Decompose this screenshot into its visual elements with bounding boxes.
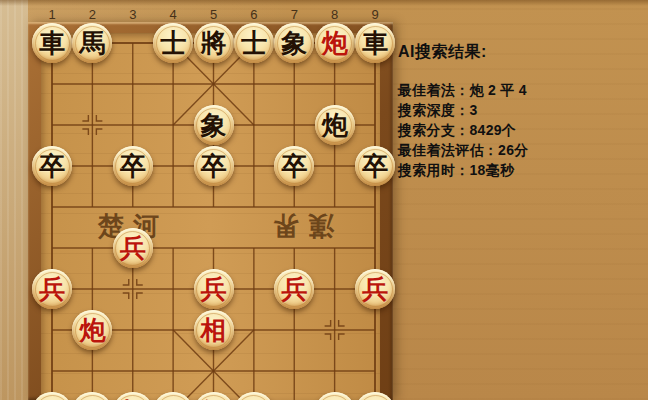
piece-black-chariot[interactable]: 車 bbox=[32, 23, 72, 63]
piece-glyph: 卒 bbox=[201, 153, 227, 179]
piece-black-soldier[interactable]: 卒 bbox=[194, 146, 234, 186]
piece-glyph: 卒 bbox=[281, 153, 307, 179]
ai-results-panel: AI搜索结果: 最佳着法：炮 2 平 4搜索深度：3搜索分支：8429个最佳着法… bbox=[398, 42, 529, 180]
piece-glyph: 兵 bbox=[362, 276, 388, 302]
piece-glyph: 兵 bbox=[281, 276, 307, 302]
piece-black-elephant[interactable]: 象 bbox=[194, 105, 234, 145]
piece-glyph: 將 bbox=[201, 30, 227, 56]
piece-black-advisor[interactable]: 士 bbox=[234, 23, 274, 63]
piece-black-elephant[interactable]: 象 bbox=[274, 23, 314, 63]
column-label-8: 8 bbox=[325, 7, 345, 22]
piece-black-soldier[interactable]: 卒 bbox=[355, 146, 395, 186]
column-label-9: 9 bbox=[365, 7, 385, 22]
piece-black-soldier[interactable]: 卒 bbox=[113, 146, 153, 186]
piece-glyph: 象 bbox=[201, 112, 227, 138]
column-label-1: 1 bbox=[42, 7, 62, 22]
piece-red-elephant[interactable]: 相 bbox=[194, 310, 234, 350]
piece-red-soldier[interactable]: 兵 bbox=[32, 269, 72, 309]
piece-glyph: 炮 bbox=[322, 112, 348, 138]
column-label-7: 7 bbox=[284, 7, 304, 22]
piece-glyph: 炮 bbox=[322, 30, 348, 56]
piece-red-cannon[interactable]: 炮 bbox=[315, 23, 355, 63]
piece-glyph: 兵 bbox=[39, 276, 65, 302]
piece-glyph: 兵 bbox=[120, 235, 146, 261]
piece-black-cannon[interactable]: 炮 bbox=[315, 105, 355, 145]
column-label-6: 6 bbox=[244, 7, 264, 22]
column-label-3: 3 bbox=[123, 7, 143, 22]
piece-red-soldier[interactable]: 兵 bbox=[113, 228, 153, 268]
piece-black-general[interactable]: 將 bbox=[194, 23, 234, 63]
column-label-4: 4 bbox=[163, 7, 183, 22]
ai-result-line: 搜索用时：18毫秒 bbox=[398, 160, 529, 180]
piece-red-soldier[interactable]: 兵 bbox=[194, 269, 234, 309]
river-label-han-jie: 漢界 bbox=[264, 211, 334, 241]
piece-red-soldier[interactable]: 兵 bbox=[274, 269, 314, 309]
ai-result-line: 搜索分支：8429个 bbox=[398, 120, 529, 140]
piece-glyph: 車 bbox=[39, 30, 65, 56]
piece-glyph: 卒 bbox=[362, 153, 388, 179]
piece-glyph: 馬 bbox=[79, 30, 105, 56]
piece-black-advisor[interactable]: 士 bbox=[153, 23, 193, 63]
ai-result-line: 搜索深度：3 bbox=[398, 100, 529, 120]
piece-glyph: 炮 bbox=[79, 317, 105, 343]
piece-glyph: 兵 bbox=[201, 276, 227, 302]
panel-lines: 最佳着法：炮 2 平 4搜索深度：3搜索分支：8429个最佳着法评估：26分搜索… bbox=[398, 80, 529, 180]
piece-glyph: 象 bbox=[281, 30, 307, 56]
column-label-5: 5 bbox=[204, 7, 224, 22]
piece-glyph: 士 bbox=[241, 30, 267, 56]
piece-glyph: 車 bbox=[362, 30, 388, 56]
piece-red-soldier[interactable]: 兵 bbox=[355, 269, 395, 309]
panel-title: AI搜索结果: bbox=[398, 42, 529, 63]
piece-glyph: 卒 bbox=[120, 153, 146, 179]
piece-glyph: 相 bbox=[201, 317, 227, 343]
wood-grain-streak bbox=[0, 0, 648, 6]
ai-result-line: 最佳着法：炮 2 平 4 bbox=[398, 80, 529, 100]
ai-result-line: 最佳着法评估：26分 bbox=[398, 140, 529, 160]
piece-glyph: 卒 bbox=[39, 153, 65, 179]
xiangqi-app: 123456789 楚河 漢界 車馬士將士象炮車象炮卒卒卒卒卒兵兵兵兵兵炮相俥傌… bbox=[0, 0, 648, 400]
column-label-2: 2 bbox=[82, 7, 102, 22]
background-wood-left bbox=[0, 0, 28, 400]
piece-glyph: 士 bbox=[160, 30, 186, 56]
piece-black-chariot[interactable]: 車 bbox=[355, 23, 395, 63]
piece-black-soldier[interactable]: 卒 bbox=[32, 146, 72, 186]
piece-black-soldier[interactable]: 卒 bbox=[274, 146, 314, 186]
